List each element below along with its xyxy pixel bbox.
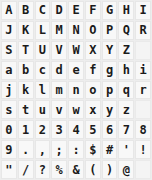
glyph-cell: U [35,41,51,60]
glyph-cell: 4 [68,120,84,139]
glyph-cell: a [1,61,17,80]
glyph-cell: g [102,61,118,80]
glyph-cell: $ [85,140,101,159]
empty-cell [135,41,151,60]
glyph-cell: 6 [102,120,118,139]
glyph-cell: I [135,1,151,20]
glyph-cell: @ [118,160,134,179]
glyph-cell: m [51,81,67,100]
glyph-cell: A [1,1,17,20]
glyph-cell: c [35,61,51,80]
glyph-cell: 8 [135,120,151,139]
glyph-cell: K [18,21,34,40]
glyph-cell: # [102,140,118,159]
glyph-cell: t [18,100,34,119]
glyph-cell: & [68,160,84,179]
empty-cell [135,160,151,179]
glyph-cell: D [51,1,67,20]
glyph-cell: S [1,41,17,60]
glyph-cell: R [135,21,151,40]
glyph-cell: 7 [118,120,134,139]
glyph-cell: 3 [51,120,67,139]
glyph-cell: , [35,140,51,159]
glyph-cell: 5 [85,120,101,139]
glyph-cell: / [18,160,34,179]
glyph-cell: v [51,100,67,119]
glyph-cell: ; [51,140,67,159]
glyph-cell: O [85,21,101,40]
glyph-cell: Q [118,21,134,40]
glyph-cell: . [18,140,34,159]
glyph-cell: i [135,61,151,80]
glyph-cell: : [68,140,84,159]
glyph-cell: F [85,1,101,20]
glyph-cell: P [102,21,118,40]
glyph-cell: M [51,21,67,40]
glyph-cell: ) [102,160,118,179]
glyph-cell: b [18,61,34,80]
glyph-cell: f [85,61,101,80]
glyph-cell: ' [118,140,134,159]
glyph-cell: k [18,81,34,100]
glyph-cell: Y [102,41,118,60]
glyph-cell: 2 [35,120,51,139]
glyph-cell: " [1,160,17,179]
glyph-cell: o [85,81,101,100]
glyph-cell: 1 [18,120,34,139]
glyph-cell: J [1,21,17,40]
glyph-cell: ! [135,140,151,159]
glyph-cell: u [35,100,51,119]
glyph-cell: E [68,1,84,20]
glyph-cell: h [118,61,134,80]
glyph-cell: j [1,81,17,100]
glyph-cell: C [35,1,51,20]
glyph-cell: B [18,1,34,20]
glyph-cell: H [118,1,134,20]
glyph-cell: X [85,41,101,60]
glyph-cell: e [68,61,84,80]
glyph-cell: 0 [1,120,17,139]
glyph-cell: Z [118,41,134,60]
glyph-cell: p [102,81,118,100]
glyph-grid: ABCDEFGHIJKLMNOPQRSTUVWXYZabcdefghijklmn… [0,0,152,180]
glyph-cell: z [118,100,134,119]
glyph-cell: w [68,100,84,119]
glyph-cell: s [1,100,17,119]
glyph-cell: l [35,81,51,100]
glyph-cell: n [68,81,84,100]
glyph-cell: x [85,100,101,119]
glyph-cell: r [135,81,151,100]
glyph-cell: T [18,41,34,60]
glyph-cell: q [118,81,134,100]
glyph-cell: ( [85,160,101,179]
glyph-cell: L [35,21,51,40]
glyph-cell: ? [35,160,51,179]
glyph-cell: N [68,21,84,40]
glyph-cell: W [68,41,84,60]
glyph-cell: y [102,100,118,119]
empty-cell [135,100,151,119]
glyph-cell: d [51,61,67,80]
glyph-cell: V [51,41,67,60]
glyph-cell: 9 [1,140,17,159]
glyph-cell: G [102,1,118,20]
glyph-cell: % [51,160,67,179]
